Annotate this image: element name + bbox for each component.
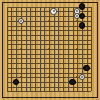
white-stone-D16 bbox=[18, 18, 25, 25]
white-stone-L18 bbox=[50, 8, 57, 15]
hoshi-point bbox=[48, 76, 50, 78]
black-stone-R19 bbox=[79, 3, 86, 10]
stone-center-mark bbox=[81, 76, 83, 78]
grid-hline-16 bbox=[7, 82, 92, 83]
black-stone-S6 bbox=[83, 65, 90, 72]
black-stone-R15 bbox=[79, 22, 86, 29]
grid-hline-12 bbox=[7, 63, 92, 64]
grid-vline-11 bbox=[58, 7, 59, 92]
grid-hline-17 bbox=[7, 87, 92, 88]
grid-vline-13 bbox=[68, 7, 69, 92]
hoshi-point bbox=[76, 20, 78, 22]
white-stone-R4 bbox=[79, 74, 86, 81]
stone-center-mark bbox=[20, 20, 22, 22]
stone-center-mark bbox=[53, 10, 55, 12]
grid-hline-14 bbox=[7, 73, 92, 74]
hoshi-point bbox=[20, 76, 22, 78]
black-stone-P3 bbox=[69, 79, 76, 86]
grid-hline-10 bbox=[7, 54, 92, 55]
grid-hline-13 bbox=[7, 68, 92, 69]
hoshi-point bbox=[76, 48, 78, 50]
hoshi-point bbox=[48, 48, 50, 50]
stone-center-mark bbox=[76, 15, 78, 17]
black-stone-C3 bbox=[13, 79, 20, 86]
black-stone-R17 bbox=[79, 13, 86, 20]
hoshi-point bbox=[20, 48, 22, 50]
grid-vline-12 bbox=[63, 7, 64, 92]
grid-vline-18 bbox=[91, 7, 92, 92]
go-board[interactable] bbox=[0, 0, 100, 100]
grid-hline-11 bbox=[7, 58, 92, 59]
hoshi-point bbox=[48, 20, 50, 22]
go-app-window bbox=[0, 0, 100, 100]
grid-vline-17 bbox=[87, 7, 88, 92]
grid-vline-10 bbox=[54, 7, 55, 92]
grid-hline-18 bbox=[7, 91, 92, 92]
